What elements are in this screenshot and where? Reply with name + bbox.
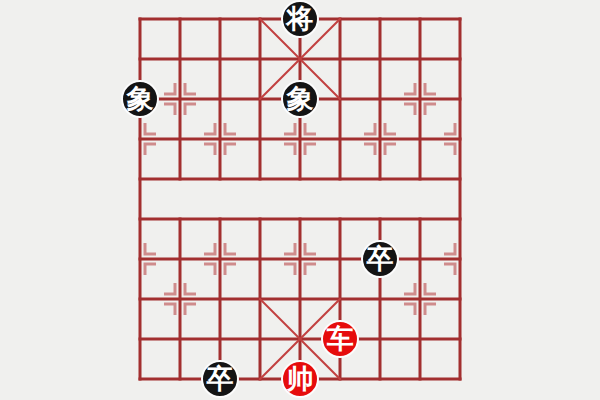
piece-glyph: 卒 xyxy=(367,246,394,273)
piece-glyph: 将 xyxy=(287,6,314,33)
piece-black-soldier-b[interactable]: 卒 xyxy=(201,360,239,398)
piece-black-soldier-a[interactable]: 卒 xyxy=(361,240,399,278)
piece-glyph: 象 xyxy=(127,86,154,113)
piece-red-general[interactable]: 帅 xyxy=(281,360,319,398)
piece-red-chariot[interactable]: 车 xyxy=(321,320,359,358)
piece-black-general[interactable]: 将 xyxy=(281,0,319,38)
piece-glyph: 卒 xyxy=(207,366,234,393)
xiangqi-diagram: 将象象卒卒车帅 xyxy=(0,0,600,400)
piece-glyph: 车 xyxy=(327,326,354,353)
pieces-layer: 将象象卒卒车帅 xyxy=(0,0,600,400)
piece-black-elephant-b[interactable]: 象 xyxy=(281,80,319,118)
piece-glyph: 帅 xyxy=(287,366,314,393)
piece-black-elephant-a[interactable]: 象 xyxy=(121,80,159,118)
piece-glyph: 象 xyxy=(287,86,314,113)
